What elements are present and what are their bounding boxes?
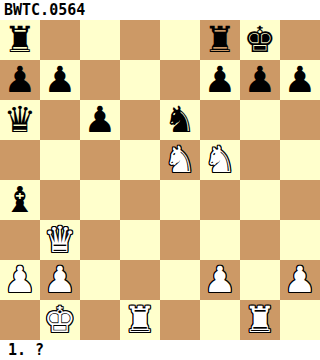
square-d6[interactable] bbox=[120, 100, 160, 140]
square-h6[interactable] bbox=[280, 100, 320, 140]
square-e1[interactable] bbox=[160, 300, 200, 340]
black-knight-e6: ♞ bbox=[164, 100, 196, 140]
square-c7[interactable] bbox=[80, 60, 120, 100]
square-c1[interactable] bbox=[80, 300, 120, 340]
square-h7[interactable]: ♟ bbox=[280, 60, 320, 100]
move-prompt-text: 1. ? bbox=[8, 341, 44, 359]
square-f1[interactable] bbox=[200, 300, 240, 340]
square-e2[interactable] bbox=[160, 260, 200, 300]
square-g7[interactable]: ♟ bbox=[240, 60, 280, 100]
white-rook-g1: ♜ bbox=[244, 300, 276, 340]
square-g1[interactable]: ♜ bbox=[240, 300, 280, 340]
square-f2[interactable]: ♟ bbox=[200, 260, 240, 300]
square-b2[interactable]: ♟ bbox=[40, 260, 80, 300]
puzzle-title-text: BWTC.0564 bbox=[4, 1, 85, 19]
square-f8[interactable]: ♜ bbox=[200, 20, 240, 60]
square-g5[interactable] bbox=[240, 140, 280, 180]
square-e8[interactable] bbox=[160, 20, 200, 60]
square-c2[interactable] bbox=[80, 260, 120, 300]
square-h1[interactable] bbox=[280, 300, 320, 340]
white-queen-b3: ♛ bbox=[44, 220, 76, 260]
square-b7[interactable]: ♟ bbox=[40, 60, 80, 100]
black-rook-a8: ♜ bbox=[4, 20, 36, 60]
black-pawn-h7: ♟ bbox=[284, 60, 316, 100]
square-d5[interactable] bbox=[120, 140, 160, 180]
square-g8[interactable]: ♚ bbox=[240, 20, 280, 60]
square-c3[interactable] bbox=[80, 220, 120, 260]
square-b3[interactable]: ♛ bbox=[40, 220, 80, 260]
square-e4[interactable] bbox=[160, 180, 200, 220]
chess-board: ♜♜♚♟♟♟♟♟♛♟♞♞♞♝♛♟♟♟♟♚♜♜ bbox=[0, 20, 320, 340]
square-h3[interactable] bbox=[280, 220, 320, 260]
square-b4[interactable] bbox=[40, 180, 80, 220]
square-a2[interactable]: ♟ bbox=[0, 260, 40, 300]
white-pawn-a2: ♟ bbox=[4, 260, 36, 300]
square-e3[interactable] bbox=[160, 220, 200, 260]
black-pawn-g7: ♟ bbox=[244, 60, 276, 100]
square-h2[interactable]: ♟ bbox=[280, 260, 320, 300]
square-d7[interactable] bbox=[120, 60, 160, 100]
move-prompt: 1. ? bbox=[0, 340, 320, 360]
white-rook-d1: ♜ bbox=[124, 300, 156, 340]
square-a5[interactable] bbox=[0, 140, 40, 180]
white-knight-e5: ♞ bbox=[164, 140, 196, 180]
black-pawn-f7: ♟ bbox=[204, 60, 236, 100]
square-a6[interactable]: ♛ bbox=[0, 100, 40, 140]
square-c6[interactable]: ♟ bbox=[80, 100, 120, 140]
square-b6[interactable] bbox=[40, 100, 80, 140]
square-g4[interactable] bbox=[240, 180, 280, 220]
square-a4[interactable]: ♝ bbox=[0, 180, 40, 220]
white-pawn-b2: ♟ bbox=[44, 260, 76, 300]
square-f6[interactable] bbox=[200, 100, 240, 140]
square-e6[interactable]: ♞ bbox=[160, 100, 200, 140]
square-b5[interactable] bbox=[40, 140, 80, 180]
black-king-g8: ♚ bbox=[244, 20, 276, 60]
square-f3[interactable] bbox=[200, 220, 240, 260]
square-f4[interactable] bbox=[200, 180, 240, 220]
square-f5[interactable]: ♞ bbox=[200, 140, 240, 180]
black-rook-f8: ♜ bbox=[204, 20, 236, 60]
square-a3[interactable] bbox=[0, 220, 40, 260]
white-pawn-h2: ♟ bbox=[284, 260, 316, 300]
white-king-b1: ♚ bbox=[44, 300, 76, 340]
puzzle-title: BWTC.0564 bbox=[0, 0, 320, 20]
black-bishop-a4: ♝ bbox=[4, 180, 36, 220]
square-b8[interactable] bbox=[40, 20, 80, 60]
black-pawn-c6: ♟ bbox=[84, 100, 116, 140]
square-a8[interactable]: ♜ bbox=[0, 20, 40, 60]
square-h4[interactable] bbox=[280, 180, 320, 220]
square-e7[interactable] bbox=[160, 60, 200, 100]
square-h5[interactable] bbox=[280, 140, 320, 180]
white-knight-f5: ♞ bbox=[204, 140, 236, 180]
black-pawn-b7: ♟ bbox=[44, 60, 76, 100]
square-g3[interactable] bbox=[240, 220, 280, 260]
square-c5[interactable] bbox=[80, 140, 120, 180]
square-g6[interactable] bbox=[240, 100, 280, 140]
square-a7[interactable]: ♟ bbox=[0, 60, 40, 100]
square-c8[interactable] bbox=[80, 20, 120, 60]
square-c4[interactable] bbox=[80, 180, 120, 220]
square-a1[interactable] bbox=[0, 300, 40, 340]
square-b1[interactable]: ♚ bbox=[40, 300, 80, 340]
white-pawn-f2: ♟ bbox=[204, 260, 236, 300]
square-d8[interactable] bbox=[120, 20, 160, 60]
square-d3[interactable] bbox=[120, 220, 160, 260]
black-pawn-a7: ♟ bbox=[4, 60, 36, 100]
square-e5[interactable]: ♞ bbox=[160, 140, 200, 180]
square-h8[interactable] bbox=[280, 20, 320, 60]
square-d1[interactable]: ♜ bbox=[120, 300, 160, 340]
black-queen-a6: ♛ bbox=[4, 100, 36, 140]
square-d4[interactable] bbox=[120, 180, 160, 220]
square-d2[interactable] bbox=[120, 260, 160, 300]
square-f7[interactable]: ♟ bbox=[200, 60, 240, 100]
square-g2[interactable] bbox=[240, 260, 280, 300]
